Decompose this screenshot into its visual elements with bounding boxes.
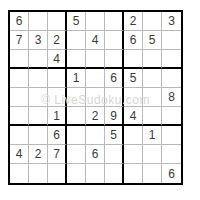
sudoku-cell-r8c5[interactable]: 6: [86, 145, 105, 164]
sudoku-cell-r1c2[interactable]: [29, 12, 48, 31]
sudoku-puzzle: © LiveSudoku.com 65237324654165812946514…: [8, 10, 183, 185]
sudoku-cell-r8c6[interactable]: [105, 145, 124, 164]
sudoku-cell-r8c4[interactable]: [67, 145, 86, 164]
sudoku-cell-r9c6[interactable]: [105, 164, 124, 183]
sudoku-cell-r3c1[interactable]: [10, 50, 29, 69]
sudoku-cell-r4c7[interactable]: 5: [124, 69, 143, 88]
sudoku-cell-r3c5[interactable]: [86, 50, 105, 69]
sudoku-cell-r7c5[interactable]: [86, 126, 105, 145]
sudoku-cell-r6c5[interactable]: 2: [86, 107, 105, 126]
sudoku-cell-r7c4[interactable]: [67, 126, 86, 145]
sudoku-cell-r3c8[interactable]: [143, 50, 162, 69]
sudoku-cell-r6c6[interactable]: 9: [105, 107, 124, 126]
sudoku-cell-r4c5[interactable]: [86, 69, 105, 88]
sudoku-cell-r2c4[interactable]: [67, 31, 86, 50]
sudoku-cell-r1c1[interactable]: 6: [10, 12, 29, 31]
sudoku-cell-r7c7[interactable]: [124, 126, 143, 145]
sudoku-cell-r9c1[interactable]: [10, 164, 29, 183]
sudoku-cell-r3c9[interactable]: [162, 50, 181, 69]
sudoku-cell-r7c1[interactable]: [10, 126, 29, 145]
sudoku-cell-r3c3[interactable]: 4: [48, 50, 67, 69]
sudoku-cell-r8c2[interactable]: 2: [29, 145, 48, 164]
sudoku-cell-r3c2[interactable]: [29, 50, 48, 69]
sudoku-cell-r2c3[interactable]: 2: [48, 31, 67, 50]
sudoku-cell-r6c2[interactable]: [29, 107, 48, 126]
sudoku-board: © LiveSudoku.com 65237324654165812946514…: [8, 10, 183, 185]
sudoku-cell-r5c7[interactable]: [124, 88, 143, 107]
sudoku-cell-r6c1[interactable]: [10, 107, 29, 126]
sudoku-cell-r3c6[interactable]: [105, 50, 124, 69]
sudoku-cell-r2c1[interactable]: 7: [10, 31, 29, 50]
sudoku-cell-r2c9[interactable]: [162, 31, 181, 50]
sudoku-cell-r4c1[interactable]: [10, 69, 29, 88]
sudoku-cell-r5c9[interactable]: 8: [162, 88, 181, 107]
sudoku-cell-r7c2[interactable]: [29, 126, 48, 145]
sudoku-cell-r5c5[interactable]: [86, 88, 105, 107]
sudoku-cell-r3c4[interactable]: [67, 50, 86, 69]
sudoku-cell-r8c7[interactable]: [124, 145, 143, 164]
sudoku-cell-r4c8[interactable]: [143, 69, 162, 88]
sudoku-cell-r6c9[interactable]: [162, 107, 181, 126]
sudoku-cell-r1c8[interactable]: [143, 12, 162, 31]
sudoku-cell-r4c4[interactable]: 1: [67, 69, 86, 88]
sudoku-cell-r9c9[interactable]: 6: [162, 164, 181, 183]
sudoku-cell-r2c2[interactable]: 3: [29, 31, 48, 50]
sudoku-cell-r2c5[interactable]: 4: [86, 31, 105, 50]
sudoku-cell-r2c8[interactable]: 5: [143, 31, 162, 50]
sudoku-cell-r1c5[interactable]: [86, 12, 105, 31]
sudoku-cell-r6c8[interactable]: [143, 107, 162, 126]
sudoku-cell-r5c3[interactable]: [48, 88, 67, 107]
sudoku-cell-r8c9[interactable]: [162, 145, 181, 164]
sudoku-cell-r1c9[interactable]: 3: [162, 12, 181, 31]
sudoku-cell-r6c3[interactable]: 1: [48, 107, 67, 126]
sudoku-cell-r3c7[interactable]: [124, 50, 143, 69]
sudoku-cell-r4c2[interactable]: [29, 69, 48, 88]
sudoku-cell-r9c4[interactable]: [67, 164, 86, 183]
sudoku-cell-r2c6[interactable]: [105, 31, 124, 50]
sudoku-cell-r9c5[interactable]: [86, 164, 105, 183]
sudoku-cell-r1c3[interactable]: [48, 12, 67, 31]
sudoku-cell-r9c3[interactable]: [48, 164, 67, 183]
sudoku-cell-r5c1[interactable]: [10, 88, 29, 107]
sudoku-cell-r8c1[interactable]: 4: [10, 145, 29, 164]
sudoku-cell-r4c9[interactable]: [162, 69, 181, 88]
sudoku-cell-r6c7[interactable]: 4: [124, 107, 143, 126]
sudoku-cell-r1c4[interactable]: 5: [67, 12, 86, 31]
sudoku-cell-r4c6[interactable]: 6: [105, 69, 124, 88]
sudoku-cell-r5c6[interactable]: [105, 88, 124, 107]
sudoku-cell-r2c7[interactable]: 6: [124, 31, 143, 50]
sudoku-cell-r7c3[interactable]: 6: [48, 126, 67, 145]
sudoku-cell-r1c7[interactable]: 2: [124, 12, 143, 31]
sudoku-cell-r7c6[interactable]: 5: [105, 126, 124, 145]
sudoku-cell-r5c4[interactable]: [67, 88, 86, 107]
sudoku-cell-r9c7[interactable]: [124, 164, 143, 183]
sudoku-cell-r7c9[interactable]: [162, 126, 181, 145]
sudoku-cell-r5c8[interactable]: [143, 88, 162, 107]
sudoku-cell-r9c2[interactable]: [29, 164, 48, 183]
sudoku-cell-r1c6[interactable]: [105, 12, 124, 31]
sudoku-cell-r8c8[interactable]: [143, 145, 162, 164]
sudoku-cell-r9c8[interactable]: [143, 164, 162, 183]
sudoku-cell-r4c3[interactable]: [48, 69, 67, 88]
sudoku-cell-r7c8[interactable]: 1: [143, 126, 162, 145]
sudoku-cell-r8c3[interactable]: 7: [48, 145, 67, 164]
sudoku-cell-r6c4[interactable]: [67, 107, 86, 126]
sudoku-cell-r5c2[interactable]: [29, 88, 48, 107]
